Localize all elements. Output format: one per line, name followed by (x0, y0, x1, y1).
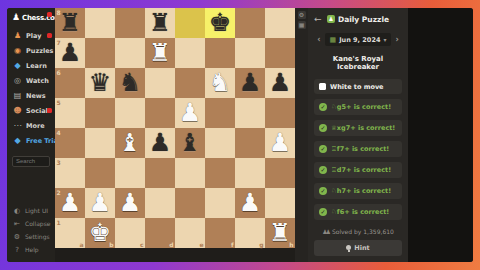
move-feedback-list: ✓♘g5+ is correct!✓♕xg7+ is correct!✓♖f7+… (314, 99, 402, 225)
square-b4[interactable] (85, 128, 115, 158)
to-move-indicator: White to move (314, 79, 402, 94)
sidebar-footer-settings[interactable]: ⚙Settings (7, 230, 55, 243)
move-feedback-row[interactable]: ✓♖f7+ is correct! (314, 141, 402, 157)
sidebar-footer-help[interactable]: ?Help (7, 243, 55, 256)
square-f2[interactable] (205, 188, 235, 218)
square-c4[interactable]: ♝ (115, 128, 145, 158)
notification-badge (47, 12, 52, 17)
square-f7[interactable] (205, 38, 235, 68)
check-circle-icon: ✓ (319, 145, 327, 153)
square-e3[interactable] (175, 158, 205, 188)
file-label: a (79, 241, 83, 248)
square-b6[interactable]: ♛ (85, 68, 115, 98)
chesscom-logo[interactable]: ♟ Chess.com (7, 11, 55, 24)
check-circle-icon: ✓ (319, 103, 327, 111)
square-c5[interactable] (115, 98, 145, 128)
square-b8[interactable] (85, 8, 115, 38)
square-b7[interactable] (85, 38, 115, 68)
square-g6[interactable]: ♟ (235, 68, 265, 98)
square-a5[interactable]: 5 (55, 98, 85, 128)
square-c8[interactable] (115, 8, 145, 38)
square-d7[interactable]: ♜ (145, 38, 175, 68)
square-e5[interactable]: ♟ (175, 98, 205, 128)
puzzle-title: Kane's Royal Icebreaker (314, 55, 402, 71)
prev-day-button[interactable]: ‹ (317, 33, 320, 46)
diamond-icon: ◆ (13, 136, 22, 145)
file-label: h (289, 241, 293, 248)
chevron-down-icon: ▾ (383, 36, 386, 43)
panel-title: Daily Puzzle (338, 15, 389, 24)
square-c2[interactable]: ♟ (115, 188, 145, 218)
square-h6[interactable]: ♟ (265, 68, 295, 98)
square-d5[interactable] (145, 98, 175, 128)
date-navigation: ‹ ▦ Jun 9, 2024 ▾ › (314, 33, 402, 46)
gear-icon[interactable]: ⚙ (298, 11, 306, 19)
square-a3[interactable]: 3 (55, 158, 85, 188)
sidebar-item-puzzles[interactable]: ◉Puzzles (7, 43, 55, 58)
piece-black-bishop[interactable]: ♝ (175, 128, 205, 158)
footer-item-label: Settings (25, 233, 50, 240)
piece-black-pawn[interactable]: ♟ (265, 68, 295, 98)
sidebar-footer-light-ui[interactable]: ◐Light UI (7, 204, 55, 217)
piece-black-pawn[interactable]: ♟ (235, 68, 265, 98)
square-h7[interactable] (265, 38, 295, 68)
move-feedback-row[interactable]: ✓♘f6+ is correct! (314, 204, 402, 220)
square-g5[interactable] (235, 98, 265, 128)
date-label: Jun 9, 2024 (339, 36, 380, 44)
square-f1[interactable]: f (205, 218, 235, 248)
sidebar-item-label: More (26, 122, 45, 130)
file-label: c (140, 241, 144, 248)
sidebar-item-label: Watch (26, 77, 49, 85)
white-square-icon (319, 83, 326, 90)
move-feedback-row[interactable]: ✓♘h7+ is correct! (314, 183, 402, 199)
piece-black-king[interactable]: ♚ (205, 8, 235, 38)
light-ui-icon: ◐ (13, 207, 21, 215)
watch-icon: ◎ (13, 76, 22, 85)
square-f5[interactable] (205, 98, 235, 128)
square-h2[interactable] (265, 188, 295, 218)
sidebar-item-watch[interactable]: ◎Watch (7, 73, 55, 88)
square-f6[interactable]: ♞ (205, 68, 235, 98)
rank-label: 1 (57, 219, 61, 226)
move-feedback-row[interactable]: ✓♘g5+ is correct! (314, 99, 402, 115)
square-d4[interactable]: ♟ (145, 128, 175, 158)
learn-icon: ◆ (13, 61, 22, 70)
square-h3[interactable] (265, 158, 295, 188)
more-icon: ⋯ (13, 121, 22, 130)
collapse-icon: ⇤ (13, 220, 21, 228)
square-h1[interactable]: h♜ (265, 218, 295, 248)
file-label: d (169, 241, 173, 248)
sidebar-item-label: Learn (26, 62, 47, 70)
check-circle-icon: ✓ (319, 166, 327, 174)
square-a4[interactable]: 4 (55, 128, 85, 158)
square-d8[interactable]: ♜ (145, 8, 175, 38)
piece-black-pawn[interactable]: ♟ (145, 128, 175, 158)
square-b5[interactable] (85, 98, 115, 128)
board-controls-strip: ⚙▦ (295, 8, 308, 262)
back-arrow-icon[interactable]: ← (314, 13, 322, 25)
to-move-label: White to move (330, 83, 384, 91)
square-a1[interactable]: 1a (55, 218, 85, 248)
social-icon: ☻ (13, 106, 22, 115)
square-g1[interactable]: g (235, 218, 265, 248)
sidebar-item-label: News (26, 92, 46, 100)
footer-item-label: Help (25, 246, 39, 253)
rank-label: 7 (57, 39, 61, 46)
piece-white-rook[interactable]: ♜ (145, 38, 175, 68)
sidebar-item-label: Puzzles (26, 47, 53, 55)
square-d1[interactable]: d (145, 218, 175, 248)
square-e6[interactable] (175, 68, 205, 98)
daily-puzzle-icon: ♟ (327, 15, 335, 23)
puzzles-icon: ◉ (13, 46, 22, 55)
move-label: ♘f6+ is correct! (331, 208, 389, 216)
file-label: g (259, 241, 263, 248)
layout-icon[interactable]: ▦ (298, 21, 306, 29)
square-f3[interactable] (205, 158, 235, 188)
empty-region (408, 8, 473, 262)
sidebar-item-social[interactable]: ☻Social (7, 103, 55, 118)
square-g2[interactable]: ♟ (235, 188, 265, 218)
square-a8[interactable]: 8♜ (55, 8, 85, 38)
sidebar-footer-collapse[interactable]: ⇤Collapse (7, 217, 55, 230)
sidebar-item-play[interactable]: ♟Play (7, 28, 55, 43)
logo-pawn-icon: ♟ (12, 13, 20, 22)
piece-white-pawn[interactable]: ♟ (265, 128, 295, 158)
search-input[interactable] (12, 156, 50, 167)
sidebar-item-learn[interactable]: ◆Learn (7, 58, 55, 73)
players-icon: ♟♟ (322, 228, 329, 235)
sidebar-item-label: Play (26, 32, 41, 40)
square-h4[interactable]: ♟ (265, 128, 295, 158)
lightbulb-icon (346, 245, 351, 252)
piece-white-pawn[interactable]: ♟ (175, 98, 205, 128)
notification-badge (47, 33, 52, 38)
move-label: ♘g5+ is correct! (331, 103, 391, 111)
check-circle-icon: ✓ (319, 124, 327, 132)
move-feedback-row[interactable]: ✓♖d7+ is correct! (314, 162, 402, 178)
square-a7[interactable]: 7♟ (55, 38, 85, 68)
square-e2[interactable] (175, 188, 205, 218)
square-d3[interactable] (145, 158, 175, 188)
square-e1[interactable]: e (175, 218, 205, 248)
move-label: ♖d7+ is correct! (331, 166, 391, 174)
piece-white-knight[interactable]: ♞ (205, 68, 235, 98)
pawn-icon: ♟ (13, 31, 22, 40)
board-column: 8♜♜♚7♟♜6♛♞♞♟♟5♟4♝♟♝♟32♟♟♟♟1ab♚cdefgh♜ (55, 8, 295, 262)
square-a2[interactable]: 2♟ (55, 188, 85, 218)
app-window: ♟ Chess.com ♟Play◉Puzzles◆Learn◎Watch▤Ne… (7, 8, 473, 262)
sidebar-item-more[interactable]: ⋯More (7, 118, 55, 133)
square-e8[interactable] (175, 8, 205, 38)
square-e4[interactable]: ♝ (175, 128, 205, 158)
square-g4[interactable] (235, 128, 265, 158)
date-picker[interactable]: ▦ Jun 9, 2024 ▾ (325, 33, 392, 46)
sidebar-nav: ♟Play◉Puzzles◆Learn◎Watch▤News☻Social⋯Mo… (7, 28, 55, 148)
calendar-icon: ▦ (330, 36, 337, 44)
piece-black-knight[interactable]: ♞ (115, 68, 145, 98)
solved-count: ♟♟ Solved by 1,359,610 (314, 228, 402, 235)
square-d6[interactable] (145, 68, 175, 98)
sidebar: ♟ Chess.com ♟Play◉Puzzles◆Learn◎Watch▤Ne… (7, 8, 55, 262)
panel-header: ← ♟ Daily Puzzle (314, 13, 402, 25)
next-day-button[interactable]: › (395, 33, 398, 46)
hint-label: Hint (354, 244, 369, 252)
sidebar-footer: ◐Light UI⇤Collapse⚙Settings?Help (7, 204, 55, 256)
square-c6[interactable]: ♞ (115, 68, 145, 98)
gear-icon: ⚙ (13, 233, 21, 241)
square-f4[interactable] (205, 128, 235, 158)
square-a6[interactable]: 6 (55, 68, 85, 98)
square-d2[interactable] (145, 188, 175, 218)
piece-white-pawn[interactable]: ♟ (235, 188, 265, 218)
square-g3[interactable] (235, 158, 265, 188)
rank-label: 3 (57, 159, 61, 166)
hint-button[interactable]: Hint (314, 240, 402, 256)
square-g7[interactable] (235, 38, 265, 68)
square-h5[interactable] (265, 98, 295, 128)
piece-white-bishop[interactable]: ♝ (115, 128, 145, 158)
file-label: f (231, 241, 234, 248)
move-label: ♖f7+ is correct! (331, 145, 389, 153)
sidebar-item-label: Social (26, 107, 48, 115)
square-b1[interactable]: b♚ (85, 218, 115, 248)
move-feedback-row[interactable]: ✓♕xg7+ is correct! (314, 120, 402, 136)
help-icon: ? (13, 246, 21, 254)
move-label: ♕xg7+ is correct! (331, 124, 395, 132)
sidebar-item-news[interactable]: ▤News (7, 88, 55, 103)
rank-label: 5 (57, 99, 61, 106)
square-g8[interactable] (235, 8, 265, 38)
file-label: e (199, 241, 203, 248)
news-icon: ▤ (13, 91, 22, 100)
rank-label: 8 (57, 9, 61, 16)
check-circle-icon: ✓ (319, 208, 327, 216)
rank-label: 2 (57, 189, 61, 196)
square-e7[interactable] (175, 38, 205, 68)
daily-puzzle-panel: ← ♟ Daily Puzzle ‹ ▦ Jun 9, 2024 ▾ › Kan… (308, 8, 408, 262)
piece-white-pawn[interactable]: ♟ (115, 188, 145, 218)
check-circle-icon: ✓ (319, 187, 327, 195)
piece-black-queen[interactable]: ♛ (85, 68, 115, 98)
footer-item-label: Light UI (25, 207, 48, 214)
notification-badge (47, 108, 52, 113)
square-b2[interactable]: ♟ (85, 188, 115, 218)
solved-count-label: Solved by 1,359,610 (332, 228, 394, 235)
square-c3[interactable] (115, 158, 145, 188)
square-h8[interactable] (265, 8, 295, 38)
piece-black-rook[interactable]: ♜ (145, 8, 175, 38)
square-c1[interactable]: c (115, 218, 145, 248)
rank-label: 6 (57, 69, 61, 76)
chess-board[interactable]: 8♜♜♚7♟♜6♛♞♞♟♟5♟4♝♟♝♟32♟♟♟♟1ab♚cdefgh♜ (55, 8, 295, 248)
sidebar-item-free-trial[interactable]: ◆Free Trial (7, 133, 55, 148)
square-b3[interactable] (85, 158, 115, 188)
piece-white-pawn[interactable]: ♟ (85, 188, 115, 218)
file-label: b (109, 241, 113, 248)
square-f8[interactable]: ♚ (205, 8, 235, 38)
square-c7[interactable] (115, 38, 145, 68)
footer-item-label: Collapse (25, 220, 51, 227)
move-label: ♘h7+ is correct! (331, 187, 391, 195)
rank-label: 4 (57, 129, 61, 136)
